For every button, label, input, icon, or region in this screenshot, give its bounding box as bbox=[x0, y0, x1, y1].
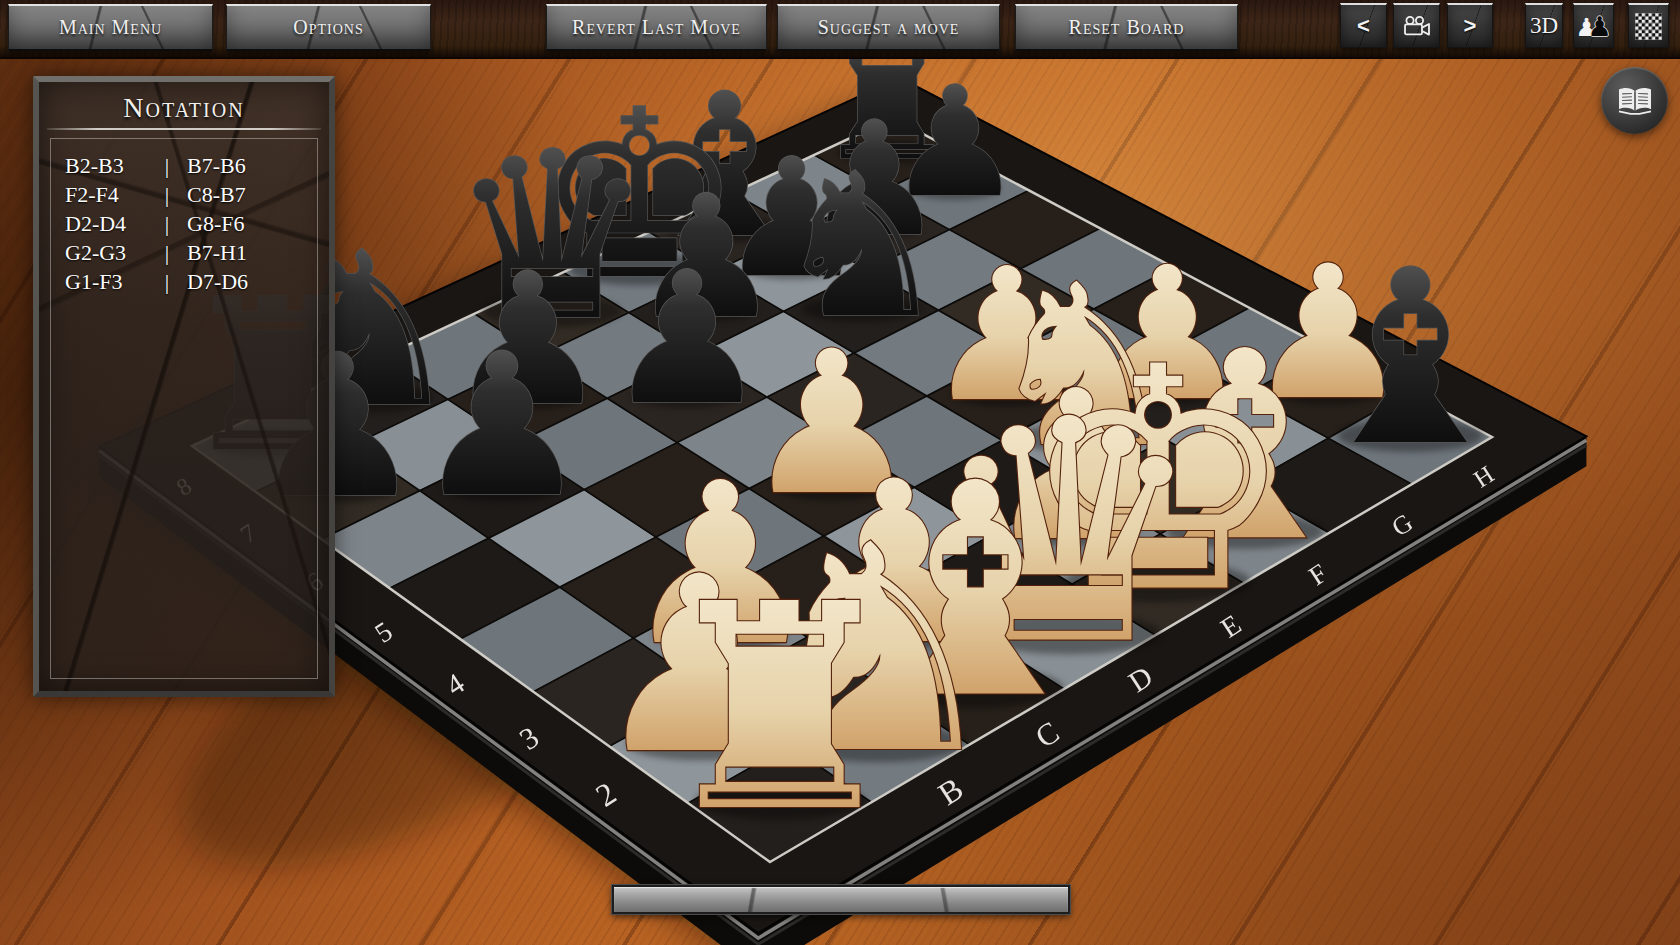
notation-move-list-box: B2-B3|B7-B6F2-F4|C8-B7D2-D4|G8-F6G2-G3|B… bbox=[50, 138, 318, 679]
notation-title-underline bbox=[47, 128, 321, 130]
movie-camera-icon bbox=[1402, 14, 1432, 38]
board-style-button[interactable] bbox=[1628, 3, 1669, 48]
move-row: F2-F4|C8-B7 bbox=[65, 180, 317, 209]
notation-panel: Notation B2-B3|B7-B6F2-F4|C8-B7D2-D4|G8-… bbox=[33, 76, 335, 697]
piece-white-rook-a1[interactable]: ♜ bbox=[653, 544, 907, 874]
revert-last-move-button[interactable]: Revert Last Move bbox=[546, 4, 767, 51]
move-row: B2-B3|B7-B6 bbox=[65, 151, 317, 180]
checkerboard-icon bbox=[1635, 13, 1662, 40]
notation-title: Notation bbox=[39, 92, 329, 124]
view-3d-button[interactable]: 3D bbox=[1525, 3, 1563, 48]
camera-view-button[interactable] bbox=[1393, 3, 1440, 48]
piece-set-icon: ♟ ♟ bbox=[1575, 13, 1612, 40]
main-menu-button[interactable]: Main Menu bbox=[8, 4, 213, 51]
notation-move-list: B2-B3|B7-B6F2-F4|C8-B7D2-D4|G8-F6G2-G3|B… bbox=[51, 139, 317, 296]
move-row: D2-D4|G8-F6 bbox=[65, 209, 317, 238]
piece-black-pawn-b6[interactable]: ♟ bbox=[414, 311, 591, 540]
reset-board-button[interactable]: Reset Board bbox=[1015, 4, 1238, 51]
toolbar: Main Menu Options Revert Last Move Sugge… bbox=[0, 0, 1680, 59]
piece-set-button[interactable]: ♟ ♟ bbox=[1573, 3, 1614, 48]
move-row: G1-F3|D7-D6 bbox=[65, 267, 317, 296]
camera-next-button[interactable]: > bbox=[1447, 3, 1493, 48]
camera-prev-button[interactable]: < bbox=[1340, 3, 1387, 48]
open-book-icon bbox=[1615, 84, 1655, 118]
opening-book-button[interactable] bbox=[1601, 67, 1668, 134]
suggest-a-move-button[interactable]: Suggest a move bbox=[777, 4, 1000, 51]
move-row: G2-G3|B7-H1 bbox=[65, 238, 317, 267]
game-window: BCDEFGH2345678♜♟♟♝♟♚♞♟♛♟♟♟♟♟♞♝♞♜♟♟♟♝♟♚♛♟… bbox=[0, 0, 1680, 945]
options-button[interactable]: Options bbox=[226, 4, 431, 51]
bottom-scrollbar[interactable] bbox=[612, 885, 1070, 914]
